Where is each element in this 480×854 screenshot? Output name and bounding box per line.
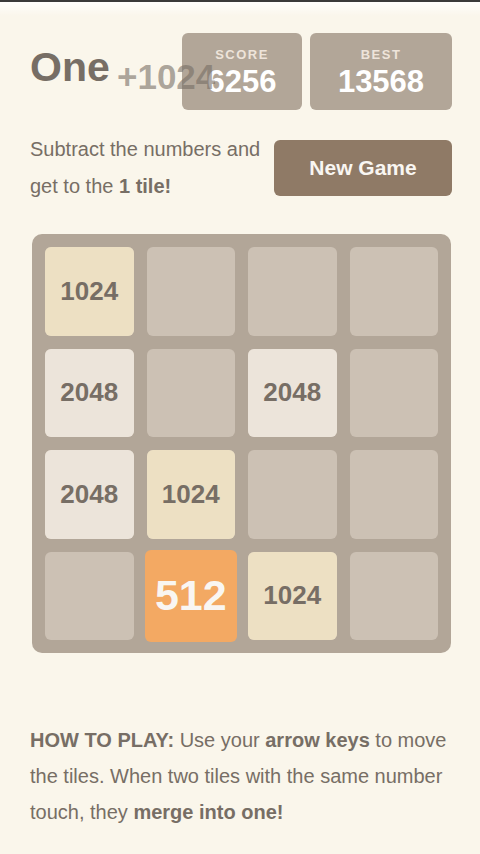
how-to-label: HOW TO PLAY: (30, 729, 174, 751)
best-label: BEST (361, 46, 402, 64)
best-value: 13568 (338, 64, 424, 100)
tile-1024: 1024 (45, 247, 134, 336)
board-cell (147, 349, 236, 438)
board-cell (350, 450, 439, 539)
top-gradient (0, 2, 480, 16)
board-cell: 2048 (248, 349, 337, 438)
floating-score-popup: +1024 (117, 57, 215, 97)
score-value: 6256 (208, 64, 277, 100)
new-game-button[interactable]: New Game (274, 140, 452, 196)
board-cell: 1024 (248, 552, 337, 641)
how-to-bold-arrow-keys: arrow keys (265, 729, 370, 751)
app-title: One (30, 44, 110, 91)
tile-1024: 1024 (248, 552, 337, 641)
game-goal-text: Subtract the numbers and get to the 1 ti… (30, 131, 280, 205)
board-cell (147, 247, 236, 336)
how-to-text-1: Use your (174, 729, 265, 751)
how-to-bold-merge: merge into one! (133, 801, 283, 823)
game-board[interactable]: 102420482048204810245121024 (32, 234, 451, 653)
tile-1024: 1024 (147, 450, 236, 539)
goal-text-bold: 1 tile! (119, 175, 171, 197)
board-cell: 2048 (45, 450, 134, 539)
scoreboard: SCORE 6256 BEST 13568 (182, 33, 452, 110)
how-to-play-text: HOW TO PLAY: Use your arrow keys to move… (30, 722, 454, 830)
tile-2048: 2048 (45, 349, 134, 438)
board-cell (350, 552, 439, 641)
tile-512: 512 (145, 550, 238, 643)
board-cell: 1024 (147, 450, 236, 539)
board-cell: 2048 (45, 349, 134, 438)
board-cell: 1024 (45, 247, 134, 336)
score-label: SCORE (215, 46, 269, 64)
board-cell (248, 450, 337, 539)
tile-2048: 2048 (248, 349, 337, 438)
best-box: BEST 13568 (310, 33, 452, 110)
board-cell (350, 349, 439, 438)
board-cell (248, 247, 337, 336)
board-cell (350, 247, 439, 336)
tile-2048: 2048 (45, 450, 134, 539)
board-cell (45, 552, 134, 641)
board-cell: 512 (147, 552, 236, 641)
